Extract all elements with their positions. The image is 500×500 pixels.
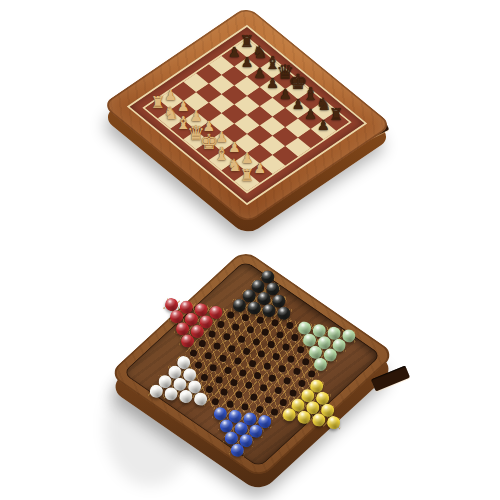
piece-white-pawn[interactable]: ♟: [241, 151, 254, 165]
hole[interactable]: [226, 311, 234, 319]
piece-black-pawn[interactable]: ♟: [317, 118, 330, 132]
hole[interactable]: [204, 352, 212, 360]
hole[interactable]: [220, 388, 228, 396]
piece-black-pawn[interactable]: ♟: [279, 87, 292, 101]
hole[interactable]: [189, 349, 197, 357]
hole[interactable]: [278, 365, 286, 373]
hole[interactable]: [270, 319, 278, 327]
hole[interactable]: [217, 320, 225, 328]
hole[interactable]: [263, 362, 271, 370]
hole[interactable]: [276, 331, 284, 339]
hole[interactable]: [252, 338, 260, 346]
hole[interactable]: [194, 361, 202, 369]
hole[interactable]: [289, 389, 297, 397]
hole[interactable]: [272, 353, 280, 361]
hole[interactable]: [243, 347, 251, 355]
hole[interactable]: [283, 377, 291, 385]
hole[interactable]: [261, 328, 269, 336]
hole[interactable]: [224, 366, 232, 374]
hole[interactable]: [279, 398, 287, 406]
hole[interactable]: [292, 367, 300, 375]
piece-black-pawn[interactable]: ♟: [253, 66, 266, 80]
hole[interactable]: [205, 385, 213, 393]
hole[interactable]: [281, 343, 289, 351]
hole[interactable]: [200, 373, 208, 381]
cc-point: [325, 416, 342, 429]
hole[interactable]: [270, 408, 278, 416]
piece-white-pawn[interactable]: ♟: [228, 140, 241, 154]
hole[interactable]: [237, 335, 245, 343]
cc-point: [228, 443, 245, 456]
hole[interactable]: [222, 333, 230, 341]
piece-black-pawn[interactable]: ♟: [292, 97, 305, 111]
piece-white-pawn[interactable]: ♟: [177, 99, 190, 113]
hole[interactable]: [259, 384, 267, 392]
hole[interactable]: [208, 330, 216, 338]
hole[interactable]: [244, 381, 252, 389]
hole[interactable]: [298, 379, 306, 387]
hole[interactable]: [233, 357, 241, 365]
hole[interactable]: [241, 314, 249, 322]
hole[interactable]: [254, 372, 262, 380]
piece-black-pawn[interactable]: ♟: [266, 76, 279, 90]
hole[interactable]: [248, 359, 256, 367]
hole[interactable]: [246, 326, 254, 334]
hole[interactable]: [257, 350, 265, 358]
chinese-checkers-scene: [105, 246, 425, 498]
hole[interactable]: [209, 364, 217, 372]
chess-board-scene: ♜♞♝♛♚♝♞♜♟♟♟♟♟♟♟♟♟♟♟♟♟♟♟♟♜♞♝♛♚♝♞♜: [97, 4, 407, 244]
piece-black-pawn[interactable]: ♟: [241, 55, 254, 69]
hole[interactable]: [213, 342, 221, 350]
hole[interactable]: [228, 345, 236, 353]
hole[interactable]: [256, 316, 264, 324]
hole[interactable]: [235, 391, 243, 399]
hole[interactable]: [267, 340, 275, 348]
piece-black-rook[interactable]: ♜: [329, 107, 343, 123]
marble-field: [139, 254, 365, 473]
hole[interactable]: [218, 354, 226, 362]
hole[interactable]: [240, 403, 248, 411]
hole[interactable]: [215, 376, 223, 384]
marble-blue[interactable]: [229, 443, 244, 458]
piece-white-pawn[interactable]: ♟: [253, 161, 266, 175]
chess-board: ♜♞♝♛♚♝♞♜♟♟♟♟♟♟♟♟♟♟♟♟♟♟♟♟♜♞♝♛♚♝♞♜: [101, 6, 392, 224]
piece-black-pawn[interactable]: ♟: [228, 45, 241, 59]
two-board-game-photo: ♜♞♝♛♚♝♞♜♟♟♟♟♟♟♟♟♟♟♟♟♟♟♟♟♜♞♝♛♚♝♞♜: [0, 0, 500, 500]
hole[interactable]: [296, 346, 304, 354]
hole[interactable]: [285, 321, 293, 329]
hole[interactable]: [250, 393, 258, 401]
hole[interactable]: [264, 396, 272, 404]
piece-white-rook[interactable]: ♜: [240, 168, 254, 184]
hole[interactable]: [232, 323, 240, 331]
hole[interactable]: [287, 355, 295, 363]
piece-black-pawn[interactable]: ♟: [304, 107, 317, 121]
hole[interactable]: [226, 400, 234, 408]
hole[interactable]: [211, 398, 219, 406]
hole[interactable]: [274, 386, 282, 394]
hole[interactable]: [239, 369, 247, 377]
hole[interactable]: [291, 333, 299, 341]
hole[interactable]: [255, 405, 263, 413]
hole[interactable]: [268, 374, 276, 382]
hole[interactable]: [307, 370, 315, 378]
hole[interactable]: [198, 340, 206, 348]
hole[interactable]: [229, 379, 237, 387]
chess-wood-frame: ♜♞♝♛♚♝♞♜♟♟♟♟♟♟♟♟♟♟♟♟♟♟♟♟♜♞♝♛♚♝♞♜: [101, 6, 392, 224]
hole[interactable]: [302, 358, 310, 366]
piece-white-pawn[interactable]: ♟: [164, 88, 177, 102]
